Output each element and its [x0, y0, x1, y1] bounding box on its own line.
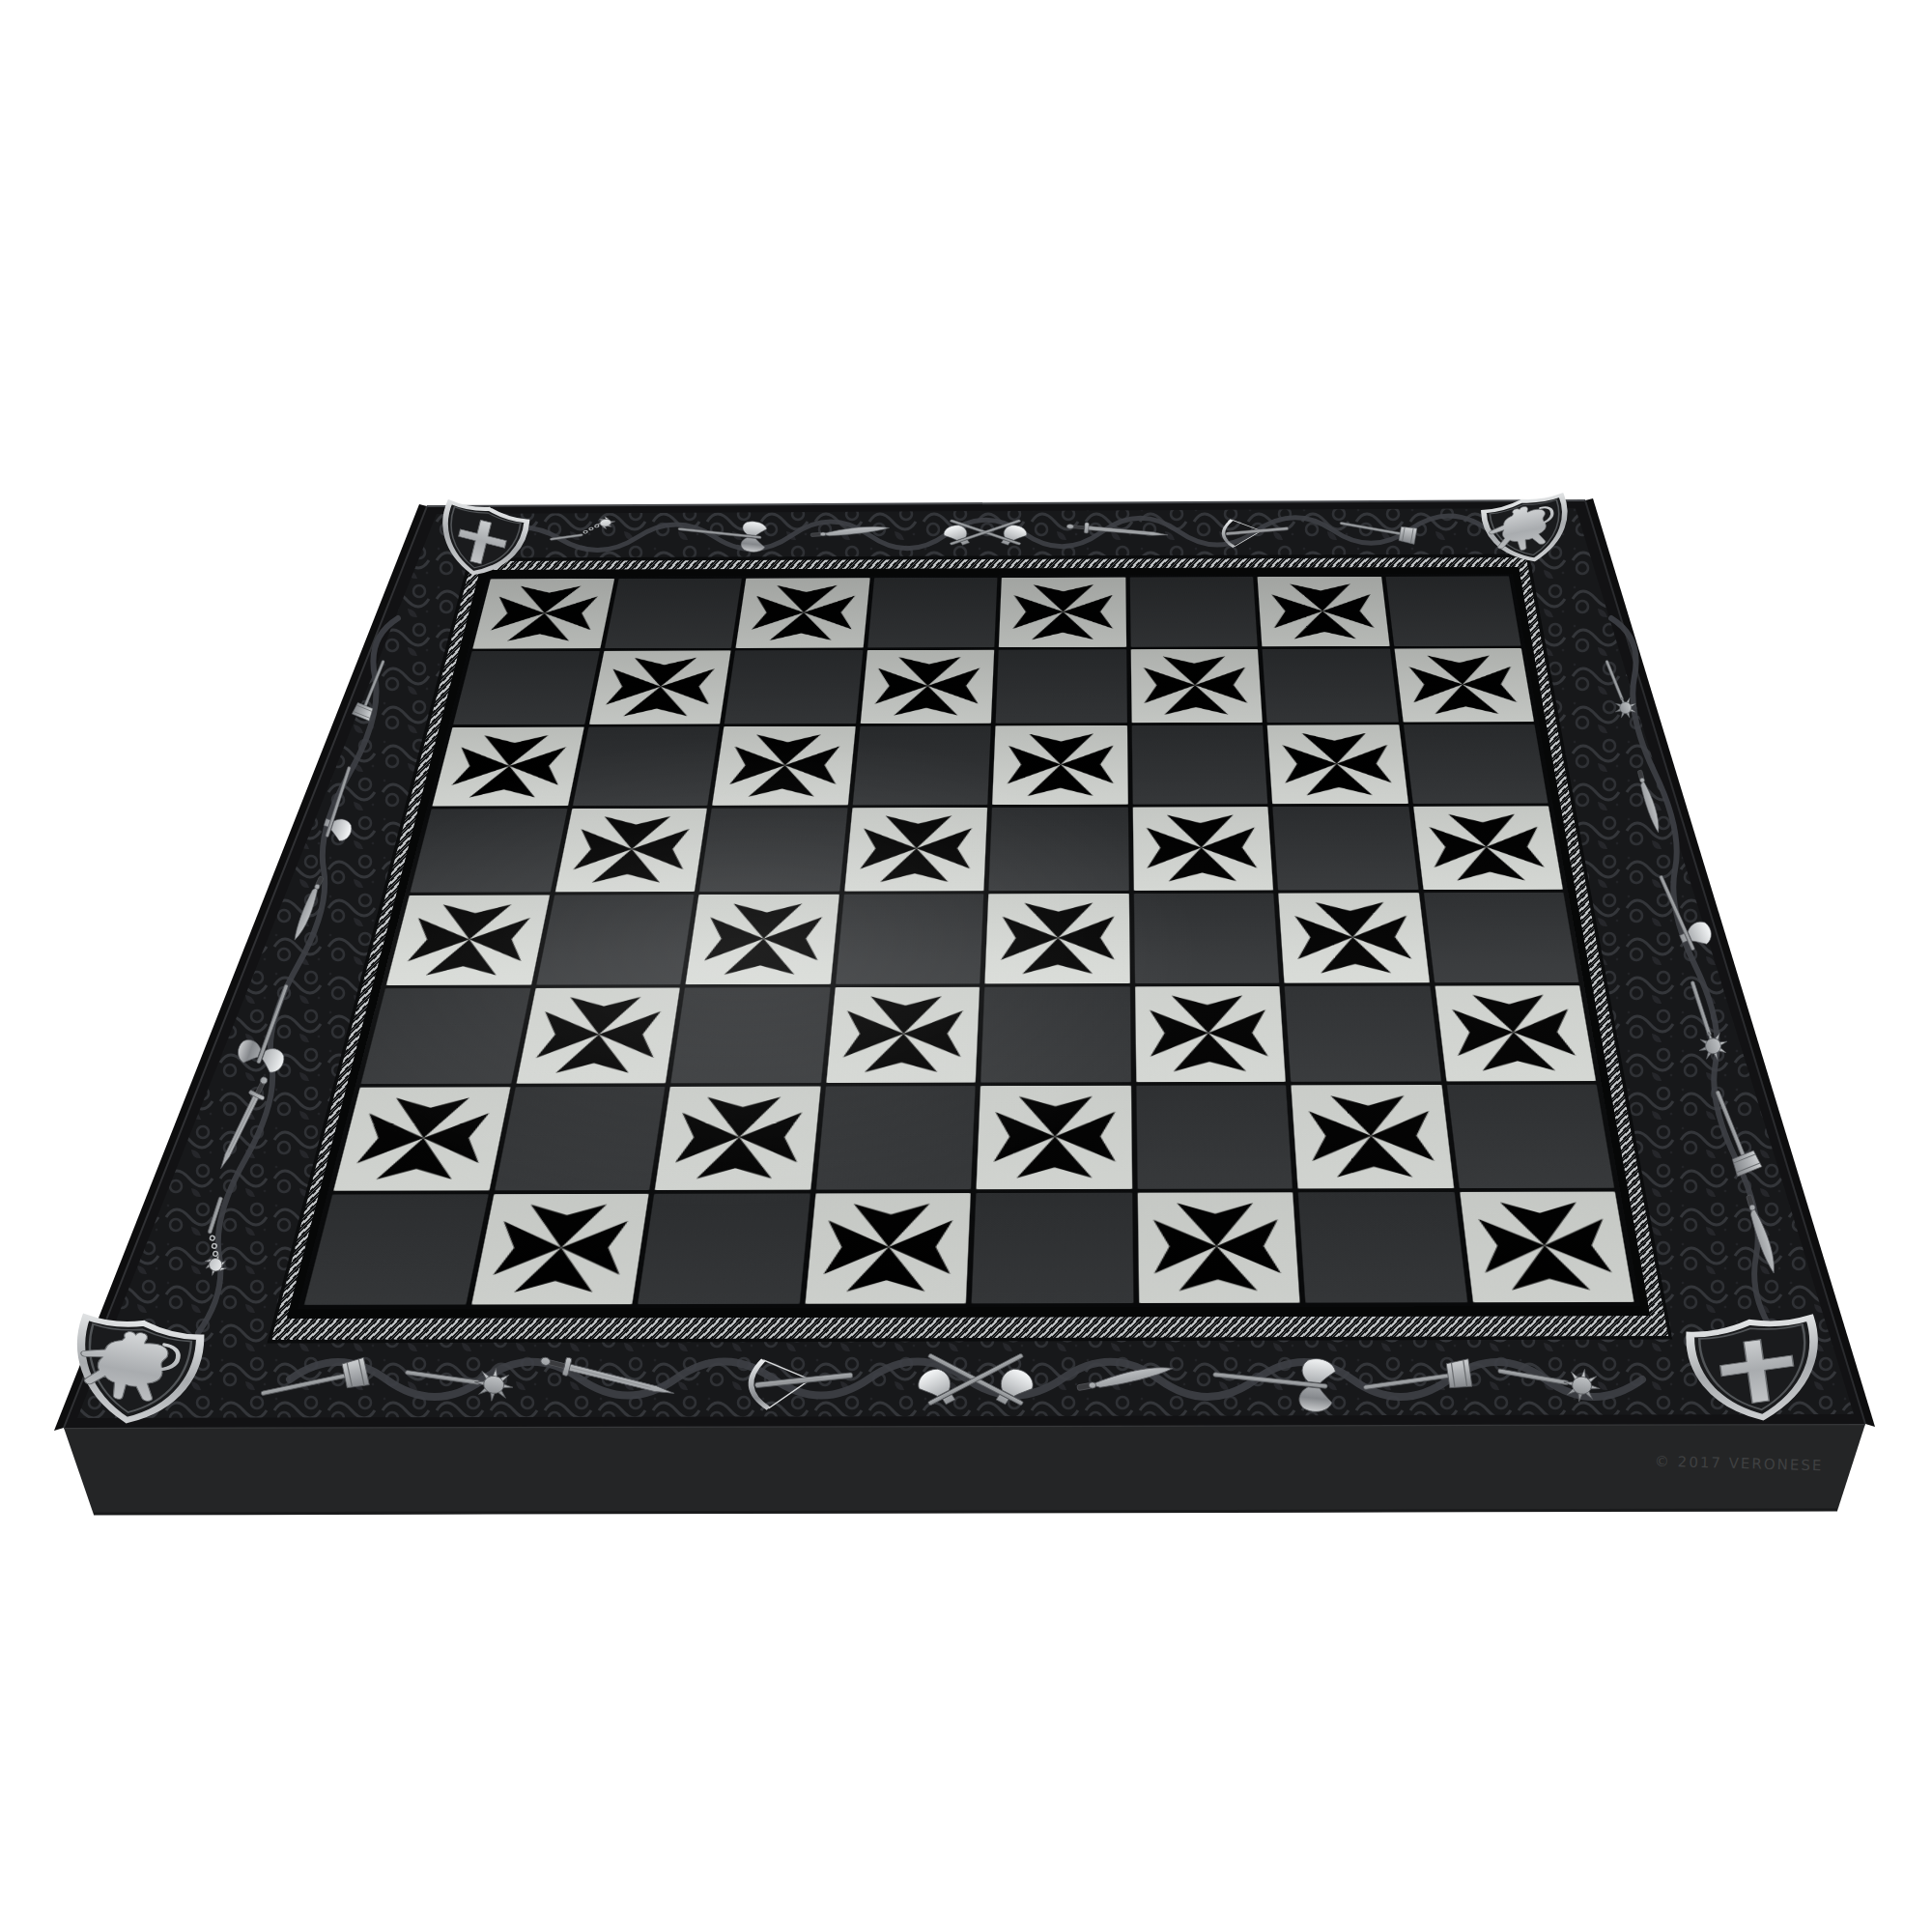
maltese-cross-icon — [867, 653, 987, 720]
maltese-cross-icon — [992, 897, 1122, 979]
maltese-cross-icon — [999, 729, 1121, 800]
square-a5[interactable] — [411, 809, 567, 893]
square-a4[interactable] — [386, 895, 550, 984]
square-e2[interactable] — [977, 1086, 1132, 1189]
square-a6[interactable] — [433, 727, 584, 807]
square-b8[interactable] — [604, 579, 741, 648]
square-e1[interactable] — [972, 1192, 1133, 1303]
square-f8[interactable] — [1129, 577, 1258, 646]
square-f7[interactable] — [1130, 649, 1263, 724]
square-h3[interactable] — [1435, 985, 1596, 1082]
square-g7[interactable] — [1263, 648, 1399, 723]
square-g5[interactable] — [1272, 806, 1418, 890]
square-b1[interactable] — [470, 1193, 648, 1304]
square-h5[interactable] — [1413, 806, 1563, 890]
square-f2[interactable] — [1136, 1085, 1293, 1188]
maltese-cross-icon — [813, 1198, 963, 1298]
maltese-cross-icon — [1467, 1197, 1625, 1297]
maltese-cross-icon — [562, 812, 699, 888]
square-c4[interactable] — [686, 895, 839, 984]
square-f5[interactable] — [1132, 807, 1273, 891]
maltese-cross-icon — [834, 991, 972, 1078]
maltese-cross-icon — [1401, 652, 1527, 719]
square-b2[interactable] — [495, 1087, 666, 1190]
maltese-cross-icon — [743, 582, 864, 644]
square-h7[interactable] — [1394, 648, 1534, 723]
product-photo-stage: © 2017 VERONESE — [0, 0, 1932, 1932]
maltese-cross-icon — [851, 811, 980, 887]
square-a1[interactable] — [304, 1194, 488, 1305]
square-g3[interactable] — [1285, 985, 1441, 1082]
maltese-cross-icon — [525, 992, 672, 1079]
square-h1[interactable] — [1459, 1191, 1634, 1302]
maltese-cross-icon — [480, 1199, 640, 1299]
square-d8[interactable] — [867, 578, 998, 647]
square-f6[interactable] — [1131, 725, 1267, 805]
square-h4[interactable] — [1423, 893, 1578, 982]
square-d5[interactable] — [844, 808, 988, 892]
maltese-cross-icon — [1142, 990, 1278, 1077]
square-a2[interactable] — [333, 1087, 510, 1190]
maltese-cross-icon — [1264, 580, 1382, 642]
maltese-cross-icon — [664, 1092, 812, 1184]
square-f1[interactable] — [1137, 1192, 1300, 1303]
maltese-cross-icon — [440, 731, 577, 802]
maltese-cross-icon — [720, 730, 848, 801]
maltese-cross-icon — [1299, 1090, 1445, 1182]
square-c8[interactable] — [736, 578, 870, 647]
square-d2[interactable] — [815, 1086, 975, 1189]
square-c6[interactable] — [712, 726, 855, 806]
maltese-cross-icon — [1286, 897, 1421, 979]
square-h6[interactable] — [1403, 724, 1548, 804]
square-h8[interactable] — [1385, 576, 1520, 645]
square-g8[interactable] — [1258, 577, 1389, 646]
square-a3[interactable] — [361, 987, 530, 1084]
square-f4[interactable] — [1133, 894, 1279, 983]
maltese-cross-icon — [1139, 810, 1265, 886]
maltese-cross-icon — [343, 1092, 501, 1184]
square-e3[interactable] — [980, 986, 1130, 1083]
maltese-cross-icon — [596, 654, 724, 721]
square-d4[interactable] — [835, 894, 983, 983]
square-f3[interactable] — [1134, 986, 1285, 1083]
square-d6[interactable] — [852, 725, 991, 805]
square-b4[interactable] — [536, 895, 695, 984]
square-g6[interactable] — [1267, 724, 1408, 804]
board-side-edge — [64, 1424, 1865, 1515]
square-e4[interactable] — [984, 894, 1129, 983]
square-c5[interactable] — [699, 808, 847, 892]
square-e6[interactable] — [992, 725, 1127, 805]
square-c7[interactable] — [724, 650, 863, 724]
square-b5[interactable] — [554, 808, 707, 892]
square-e5[interactable] — [988, 807, 1128, 891]
square-h2[interactable] — [1446, 1085, 1614, 1188]
square-c3[interactable] — [670, 987, 830, 1084]
square-c1[interactable] — [638, 1193, 810, 1304]
maltese-cross-icon — [694, 898, 832, 980]
maltese-cross-icon — [395, 899, 542, 980]
square-c2[interactable] — [655, 1087, 820, 1190]
maltese-cross-icon — [480, 582, 608, 645]
square-g4[interactable] — [1278, 893, 1429, 982]
maltese-cross-icon — [1006, 581, 1120, 643]
square-g2[interactable] — [1291, 1085, 1453, 1188]
square-e7[interactable] — [996, 649, 1127, 724]
maltese-cross-icon — [1137, 652, 1256, 719]
square-b6[interactable] — [572, 726, 719, 806]
square-b7[interactable] — [588, 650, 730, 724]
chess-board — [298, 574, 1640, 1309]
maltese-cross-icon — [1274, 728, 1401, 799]
square-d3[interactable] — [826, 986, 980, 1083]
maltese-cross-icon — [1420, 810, 1555, 885]
maltese-cross-icon — [1145, 1197, 1292, 1297]
square-d1[interactable] — [805, 1193, 971, 1304]
square-e8[interactable] — [999, 578, 1126, 647]
maltese-cross-icon — [1442, 990, 1587, 1077]
square-b3[interactable] — [516, 987, 680, 1084]
square-d7[interactable] — [860, 649, 994, 724]
square-a8[interactable] — [472, 579, 613, 648]
square-a7[interactable] — [453, 650, 599, 724]
square-g1[interactable] — [1298, 1191, 1467, 1302]
maltese-cross-icon — [984, 1091, 1124, 1183]
